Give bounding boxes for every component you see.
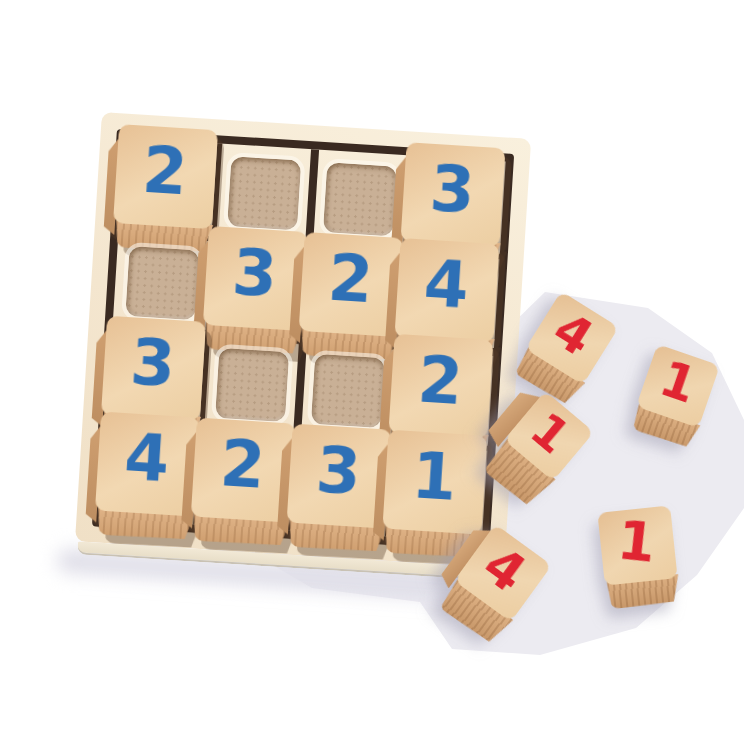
cube-number: 2 [218, 431, 266, 498]
cube-top-face: 2 [388, 334, 493, 439]
cube-top-face: 1 [597, 505, 677, 585]
cube-number: 3 [230, 239, 278, 306]
cube-number: 1 [654, 353, 702, 410]
cube-number: 3 [129, 329, 177, 396]
board-cell-r4c4: 1 [388, 443, 490, 545]
empty-cell-recess[interactable] [311, 354, 385, 428]
cube-number: 1 [523, 404, 578, 461]
empty-cell-recess[interactable] [227, 156, 301, 230]
number-cube-blue-3[interactable]: 3 [400, 142, 505, 247]
cube-top-face: 1 [382, 430, 487, 535]
cube-number: 4 [545, 304, 601, 365]
cube-number: 2 [326, 245, 374, 312]
product-photo-scene: 23324324231 41141 [0, 0, 750, 750]
empty-cell-recess[interactable] [323, 162, 397, 236]
cube-number: 4 [123, 425, 171, 492]
board-cell-r1c1: 2 [118, 137, 220, 239]
cube-top-face: 4 [394, 238, 499, 343]
empty-cell-recess[interactable] [215, 348, 289, 422]
cube-number: 3 [314, 437, 362, 504]
board-grid-frame: 23324324231 [92, 129, 514, 551]
cube-top-face: 2 [113, 124, 218, 229]
cube-number: 1 [410, 443, 458, 510]
cube-number: 1 [614, 512, 657, 570]
cube-number: 4 [422, 251, 470, 318]
number-cube-blue-3[interactable]: 3 [101, 316, 206, 421]
cube-top-face: 3 [400, 142, 505, 247]
cube-number: 2 [141, 137, 189, 204]
cube-number: 3 [428, 155, 476, 222]
board-grid: 23324324231 [100, 137, 505, 542]
loose-cube-red-1[interactable]: 1 [597, 505, 677, 585]
number-cube-blue-2[interactable]: 2 [113, 124, 218, 229]
cube-number: 4 [475, 538, 535, 601]
number-cube-blue-4[interactable]: 4 [394, 238, 499, 343]
empty-cell-recess[interactable] [125, 246, 199, 320]
number-cube-blue-2[interactable]: 2 [388, 334, 493, 439]
number-cube-blue-1[interactable]: 1 [382, 430, 487, 535]
cube-top-face: 3 [101, 316, 206, 421]
sudoku-board: 23324324231 [75, 112, 531, 568]
cube-number: 2 [416, 347, 464, 414]
